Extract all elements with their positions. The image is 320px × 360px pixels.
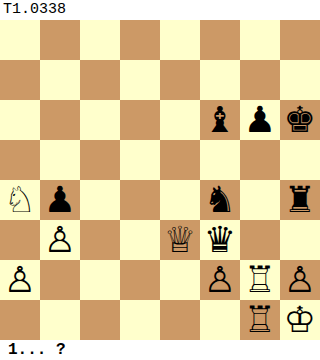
black-pawn: ♟	[244, 100, 276, 140]
square-c4[interactable]	[80, 180, 120, 220]
square-c7[interactable]	[80, 60, 120, 100]
square-h3[interactable]	[280, 220, 320, 260]
black-king: ♚	[284, 100, 316, 140]
square-b4[interactable]: ♟	[40, 180, 80, 220]
white-knight: ♘	[4, 180, 36, 220]
square-a1[interactable]	[0, 300, 40, 340]
square-g3[interactable]	[240, 220, 280, 260]
square-e8[interactable]	[160, 20, 200, 60]
square-f8[interactable]	[200, 20, 240, 60]
square-b6[interactable]	[40, 100, 80, 140]
square-e1[interactable]	[160, 300, 200, 340]
square-a4[interactable]: ♘	[0, 180, 40, 220]
square-c6[interactable]	[80, 100, 120, 140]
square-h6[interactable]: ♚	[280, 100, 320, 140]
square-e2[interactable]	[160, 260, 200, 300]
square-a6[interactable]	[0, 100, 40, 140]
square-c3[interactable]	[80, 220, 120, 260]
square-f4[interactable]: ♞	[200, 180, 240, 220]
square-h2[interactable]: ♙	[280, 260, 320, 300]
square-g8[interactable]	[240, 20, 280, 60]
square-e3[interactable]: ♕	[160, 220, 200, 260]
black-queen: ♛	[204, 220, 236, 260]
square-b2[interactable]	[40, 260, 80, 300]
puzzle-id-label: T1.0338	[0, 0, 66, 20]
square-a7[interactable]	[0, 60, 40, 100]
title-bar: T1.0338	[0, 0, 320, 20]
square-c2[interactable]	[80, 260, 120, 300]
black-pawn: ♟	[44, 180, 76, 220]
square-a3[interactable]	[0, 220, 40, 260]
square-d5[interactable]	[120, 140, 160, 180]
square-d3[interactable]	[120, 220, 160, 260]
square-g1[interactable]: ♖	[240, 300, 280, 340]
square-h7[interactable]	[280, 60, 320, 100]
square-d7[interactable]	[120, 60, 160, 100]
square-d8[interactable]	[120, 20, 160, 60]
square-g2[interactable]: ♖	[240, 260, 280, 300]
square-e4[interactable]	[160, 180, 200, 220]
square-e7[interactable]	[160, 60, 200, 100]
white-rook: ♖	[244, 300, 276, 340]
square-c8[interactable]	[80, 20, 120, 60]
square-c5[interactable]	[80, 140, 120, 180]
square-b7[interactable]	[40, 60, 80, 100]
square-f5[interactable]	[200, 140, 240, 180]
square-b3[interactable]: ♙	[40, 220, 80, 260]
square-h1[interactable]: ♔	[280, 300, 320, 340]
square-a2[interactable]: ♙	[0, 260, 40, 300]
square-f6[interactable]: ♝	[200, 100, 240, 140]
white-rook: ♖	[244, 260, 276, 300]
square-d2[interactable]	[120, 260, 160, 300]
caption-bar: 1... ?	[0, 340, 320, 360]
square-f2[interactable]: ♙	[200, 260, 240, 300]
square-e5[interactable]	[160, 140, 200, 180]
square-b8[interactable]	[40, 20, 80, 60]
white-pawn: ♙	[284, 260, 316, 300]
square-b5[interactable]	[40, 140, 80, 180]
white-pawn: ♙	[44, 220, 76, 260]
black-bishop: ♝	[204, 100, 236, 140]
square-c1[interactable]	[80, 300, 120, 340]
square-h4[interactable]: ♜	[280, 180, 320, 220]
square-d6[interactable]	[120, 100, 160, 140]
white-queen: ♕	[164, 220, 196, 260]
square-g7[interactable]	[240, 60, 280, 100]
black-knight: ♞	[204, 180, 236, 220]
white-pawn: ♙	[4, 260, 36, 300]
white-king: ♔	[284, 300, 316, 340]
move-prompt-label: 1... ?	[0, 340, 66, 360]
square-e6[interactable]	[160, 100, 200, 140]
square-f1[interactable]	[200, 300, 240, 340]
square-d4[interactable]	[120, 180, 160, 220]
square-a5[interactable]	[0, 140, 40, 180]
square-h8[interactable]	[280, 20, 320, 60]
black-rook: ♜	[284, 180, 316, 220]
square-f7[interactable]	[200, 60, 240, 100]
square-d1[interactable]	[120, 300, 160, 340]
square-f3[interactable]: ♛	[200, 220, 240, 260]
square-g5[interactable]	[240, 140, 280, 180]
chess-board: ♝♟♚♘♟♞♜♙♕♛♙♙♖♙♖♔	[0, 20, 320, 340]
square-a8[interactable]	[0, 20, 40, 60]
square-h5[interactable]	[280, 140, 320, 180]
square-g4[interactable]	[240, 180, 280, 220]
square-g6[interactable]: ♟	[240, 100, 280, 140]
white-pawn: ♙	[204, 260, 236, 300]
square-b1[interactable]	[40, 300, 80, 340]
